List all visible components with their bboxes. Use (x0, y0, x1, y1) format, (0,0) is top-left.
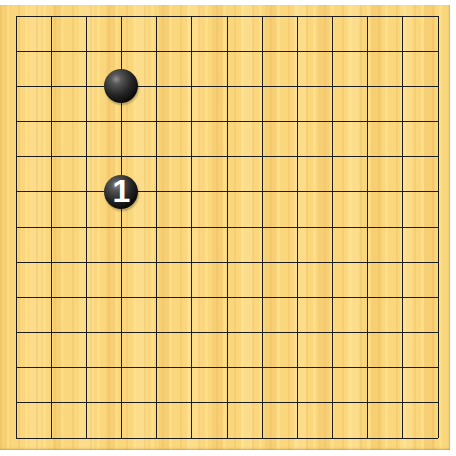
intersection[interactable] (34, 139, 69, 174)
intersection[interactable] (34, 174, 69, 209)
intersection[interactable] (34, 245, 69, 280)
intersection[interactable] (104, 69, 139, 104)
intersection[interactable] (69, 174, 104, 209)
intersection[interactable] (104, 420, 139, 455)
intersection[interactable] (174, 69, 209, 104)
intersection[interactable] (315, 69, 350, 104)
intersection[interactable] (34, 104, 69, 139)
intersection[interactable] (350, 104, 385, 139)
intersection[interactable] (385, 385, 420, 420)
black-stone (104, 69, 138, 103)
intersection[interactable] (280, 350, 315, 385)
intersection[interactable] (315, 174, 350, 209)
intersection[interactable] (245, 139, 280, 174)
intersection[interactable] (420, 385, 455, 420)
intersection[interactable]: 1 (104, 174, 139, 209)
intersection[interactable] (315, 315, 350, 350)
intersection[interactable] (350, 385, 385, 420)
intersection[interactable] (385, 34, 420, 69)
intersection[interactable] (0, 139, 34, 174)
intersection[interactable] (34, 350, 69, 385)
intersection[interactable] (174, 315, 209, 350)
intersection[interactable] (315, 420, 350, 455)
intersection[interactable] (34, 385, 69, 420)
intersection[interactable] (0, 104, 34, 139)
intersection[interactable] (209, 385, 244, 420)
intersection[interactable] (34, 280, 69, 315)
intersection[interactable] (0, 280, 34, 315)
intersection[interactable] (174, 350, 209, 385)
intersection[interactable] (69, 280, 104, 315)
intersection[interactable] (174, 420, 209, 455)
intersection[interactable] (139, 174, 174, 209)
intersection[interactable] (280, 385, 315, 420)
intersection[interactable] (280, 245, 315, 280)
intersection[interactable] (139, 350, 174, 385)
intersection[interactable] (69, 315, 104, 350)
intersection[interactable] (350, 174, 385, 209)
intersection[interactable] (280, 104, 315, 139)
intersection[interactable] (0, 385, 34, 420)
intersection[interactable] (174, 104, 209, 139)
intersection[interactable] (104, 350, 139, 385)
intersection[interactable] (104, 139, 139, 174)
intersection[interactable] (350, 139, 385, 174)
intersection[interactable] (104, 245, 139, 280)
intersection[interactable] (280, 139, 315, 174)
intersection[interactable] (350, 69, 385, 104)
intersection[interactable] (69, 139, 104, 174)
intersection[interactable] (280, 69, 315, 104)
intersection[interactable] (69, 209, 104, 244)
intersection[interactable] (69, 245, 104, 280)
intersection[interactable] (315, 34, 350, 69)
intersection[interactable] (34, 209, 69, 244)
intersection[interactable] (280, 315, 315, 350)
intersection[interactable] (139, 385, 174, 420)
intersection[interactable] (315, 0, 350, 34)
intersection[interactable] (69, 34, 104, 69)
intersection[interactable] (104, 0, 139, 34)
board-intersections: 1 (0, 0, 455, 455)
intersection[interactable] (139, 420, 174, 455)
intersection[interactable] (350, 0, 385, 34)
intersection[interactable] (104, 34, 139, 69)
intersection[interactable] (420, 315, 455, 350)
intersection[interactable] (315, 280, 350, 315)
intersection[interactable] (209, 245, 244, 280)
intersection[interactable] (104, 104, 139, 139)
intersection[interactable] (139, 209, 174, 244)
intersection[interactable] (420, 174, 455, 209)
intersection[interactable] (0, 174, 34, 209)
intersection[interactable] (34, 69, 69, 104)
intersection[interactable] (385, 420, 420, 455)
intersection[interactable] (34, 34, 69, 69)
intersection[interactable] (245, 0, 280, 34)
intersection[interactable] (104, 209, 139, 244)
intersection[interactable] (174, 385, 209, 420)
intersection[interactable] (209, 139, 244, 174)
intersection[interactable] (0, 0, 34, 34)
intersection[interactable] (139, 315, 174, 350)
intersection[interactable] (385, 245, 420, 280)
intersection[interactable] (69, 104, 104, 139)
intersection[interactable] (69, 385, 104, 420)
intersection[interactable] (0, 34, 34, 69)
intersection[interactable] (174, 174, 209, 209)
intersection[interactable] (69, 0, 104, 34)
intersection[interactable] (34, 315, 69, 350)
intersection[interactable] (420, 0, 455, 34)
intersection[interactable] (245, 34, 280, 69)
intersection[interactable] (385, 209, 420, 244)
intersection[interactable] (209, 315, 244, 350)
intersection[interactable] (280, 420, 315, 455)
stone-move-number: 1 (113, 174, 131, 208)
intersection[interactable] (209, 0, 244, 34)
intersection[interactable] (69, 350, 104, 385)
intersection[interactable] (315, 104, 350, 139)
intersection[interactable] (139, 0, 174, 34)
intersection[interactable] (104, 315, 139, 350)
intersection[interactable] (350, 420, 385, 455)
intersection[interactable] (0, 350, 34, 385)
intersection[interactable] (69, 420, 104, 455)
intersection[interactable] (209, 280, 244, 315)
intersection[interactable] (34, 0, 69, 34)
intersection[interactable] (350, 245, 385, 280)
intersection[interactable] (245, 280, 280, 315)
intersection[interactable] (209, 174, 244, 209)
intersection[interactable] (34, 420, 69, 455)
intersection[interactable] (139, 104, 174, 139)
intersection[interactable] (350, 350, 385, 385)
intersection[interactable] (385, 350, 420, 385)
intersection[interactable] (350, 315, 385, 350)
intersection[interactable] (245, 350, 280, 385)
intersection[interactable] (139, 245, 174, 280)
intersection[interactable] (420, 245, 455, 280)
intersection[interactable] (209, 209, 244, 244)
intersection[interactable] (385, 69, 420, 104)
intersection[interactable] (139, 139, 174, 174)
intersection[interactable] (280, 174, 315, 209)
intersection[interactable] (420, 69, 455, 104)
page: 1 (0, 0, 456, 456)
intersection[interactable] (139, 280, 174, 315)
intersection[interactable] (420, 34, 455, 69)
intersection[interactable] (315, 385, 350, 420)
intersection[interactable] (420, 350, 455, 385)
intersection[interactable] (245, 315, 280, 350)
intersection[interactable] (0, 69, 34, 104)
intersection[interactable] (209, 350, 244, 385)
intersection[interactable] (350, 34, 385, 69)
intersection[interactable] (0, 209, 34, 244)
intersection[interactable] (174, 34, 209, 69)
intersection[interactable] (174, 245, 209, 280)
intersection[interactable] (104, 385, 139, 420)
intersection[interactable] (209, 69, 244, 104)
intersection[interactable] (139, 69, 174, 104)
intersection[interactable] (385, 315, 420, 350)
intersection[interactable] (209, 104, 244, 139)
intersection[interactable] (350, 209, 385, 244)
intersection[interactable] (245, 245, 280, 280)
intersection[interactable] (420, 139, 455, 174)
intersection[interactable] (315, 209, 350, 244)
intersection[interactable] (174, 209, 209, 244)
intersection[interactable] (280, 280, 315, 315)
intersection[interactable] (0, 245, 34, 280)
intersection[interactable] (245, 420, 280, 455)
intersection[interactable] (245, 104, 280, 139)
intersection[interactable] (245, 69, 280, 104)
black-stone: 1 (104, 175, 138, 209)
intersection[interactable] (174, 139, 209, 174)
intersection[interactable] (350, 280, 385, 315)
intersection[interactable] (0, 315, 34, 350)
intersection[interactable] (104, 280, 139, 315)
intersection[interactable] (209, 34, 244, 69)
intersection[interactable] (420, 209, 455, 244)
intersection[interactable] (174, 280, 209, 315)
intersection[interactable] (0, 420, 34, 455)
intersection[interactable] (280, 209, 315, 244)
intersection[interactable] (385, 104, 420, 139)
intersection[interactable] (385, 139, 420, 174)
intersection[interactable] (420, 420, 455, 455)
intersection[interactable] (245, 385, 280, 420)
intersection[interactable] (385, 174, 420, 209)
intersection[interactable] (385, 0, 420, 34)
intersection[interactable] (245, 174, 280, 209)
intersection[interactable] (209, 420, 244, 455)
intersection[interactable] (245, 209, 280, 244)
intersection[interactable] (420, 104, 455, 139)
intersection[interactable] (280, 0, 315, 34)
intersection[interactable] (315, 139, 350, 174)
intersection[interactable] (315, 245, 350, 280)
intersection[interactable] (385, 280, 420, 315)
intersection[interactable] (420, 280, 455, 315)
intersection[interactable] (139, 34, 174, 69)
intersection[interactable] (69, 69, 104, 104)
intersection[interactable] (280, 34, 315, 69)
intersection[interactable] (174, 0, 209, 34)
intersection[interactable] (315, 350, 350, 385)
